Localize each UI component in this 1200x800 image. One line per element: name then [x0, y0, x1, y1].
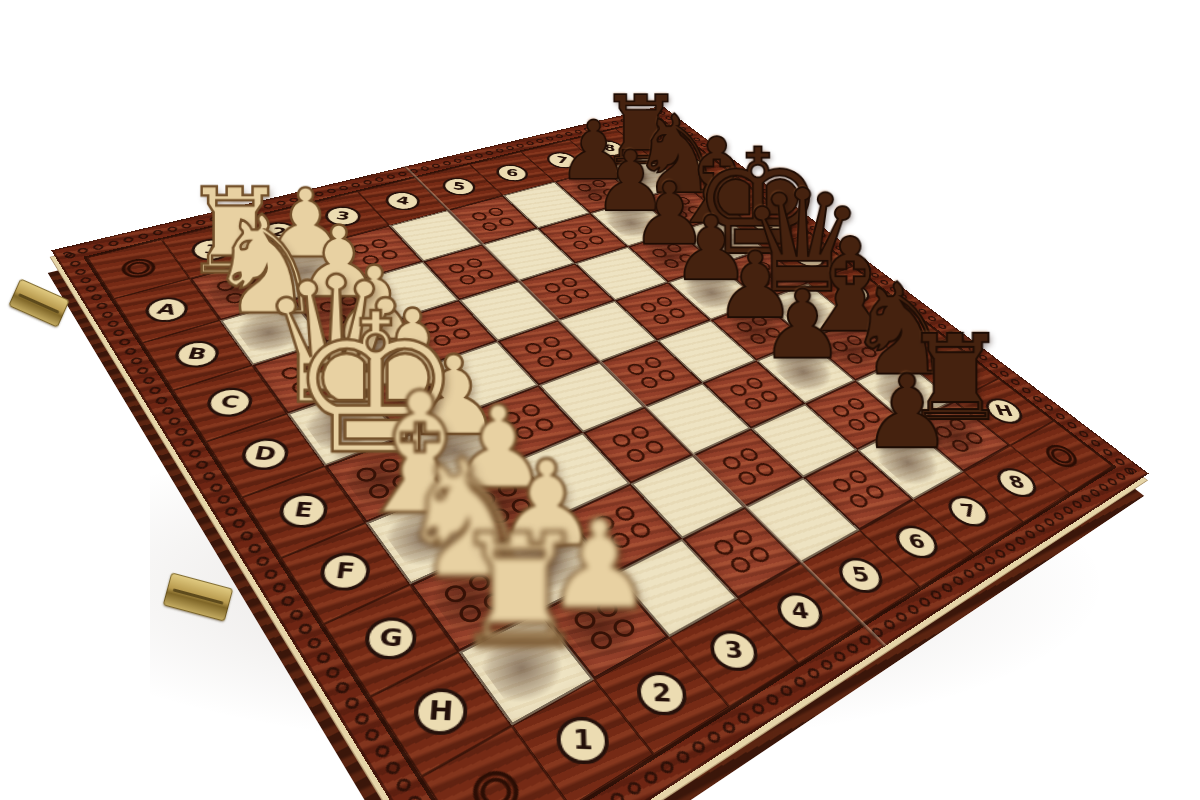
- black-pawn-h7[interactable]: ♟: [805, 361, 1009, 463]
- label-disc-8: 8: [992, 467, 1041, 498]
- label-disc-2: 2: [636, 671, 689, 716]
- label-disc-1: 1: [556, 716, 610, 765]
- white-rook-h1[interactable]: ♜: [363, 513, 676, 670]
- label-disc-5: 5: [442, 176, 476, 197]
- label-disc-5: 5: [835, 557, 886, 594]
- product-photo: ABCDEFGH8♜♞♝♚♛♝♞♜87♟♟♟♟♟♟♟7665544332♟♟♟♟…: [0, 0, 1200, 800]
- label-disc-3: 3: [708, 630, 761, 672]
- label-disc-4: 4: [774, 592, 826, 632]
- label-disc-7: 7: [944, 495, 994, 528]
- label-disc-6: 6: [892, 525, 943, 560]
- label-disc-h: H: [412, 688, 469, 736]
